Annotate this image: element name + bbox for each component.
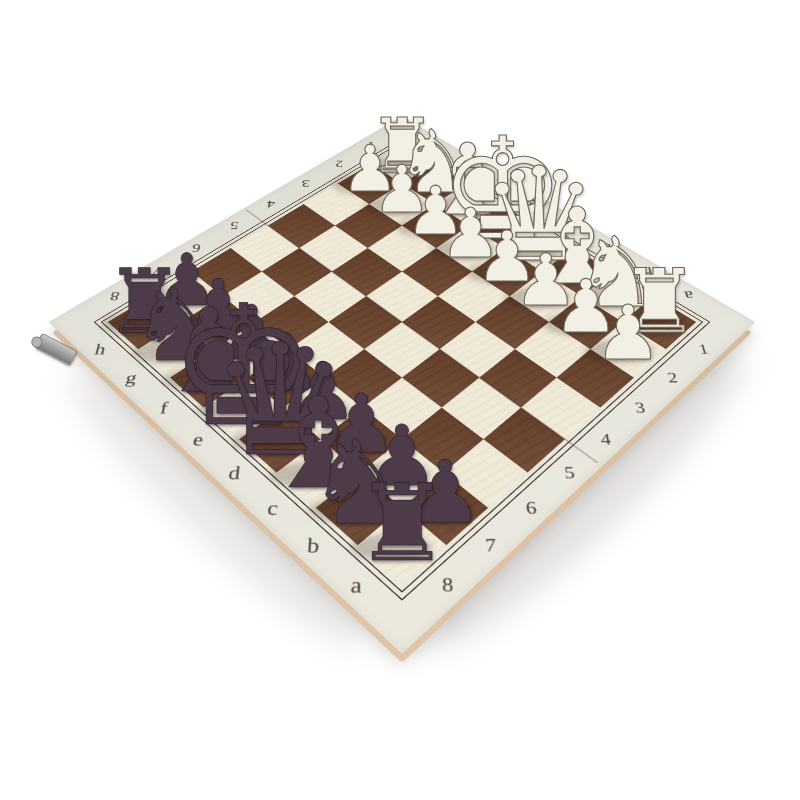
square-a4[interactable] (521, 378, 600, 440)
square-a5[interactable] (483, 408, 564, 473)
rank-label-3: 3 (634, 400, 647, 415)
black-rook-a8[interactable]: ♜ (354, 470, 449, 576)
rank-label-4: 4 (599, 431, 612, 447)
rank-label-3: 3 (301, 179, 310, 189)
rank-label-6: 6 (525, 499, 537, 517)
rank-label-5: 5 (229, 220, 239, 231)
rank-label-7: 7 (485, 536, 497, 555)
square-c5[interactable] (402, 349, 479, 407)
square-b4[interactable] (479, 349, 556, 407)
square-c4[interactable] (440, 322, 515, 378)
white-pawn-a2[interactable]: ♟ (594, 296, 662, 371)
rank-label-2: 2 (666, 370, 679, 384)
square-d5[interactable] (364, 322, 439, 378)
rank-label-4: 4 (266, 199, 275, 209)
clasp-hook (29, 335, 44, 350)
rank-label-5: 5 (563, 464, 576, 481)
photo-stage: aa88bb77cc66dd55ee44ff33gg22hh11 ♜♟♞♟♝♟♚… (0, 0, 800, 800)
square-b5[interactable] (442, 378, 521, 440)
rank-label-1: 1 (697, 342, 710, 356)
